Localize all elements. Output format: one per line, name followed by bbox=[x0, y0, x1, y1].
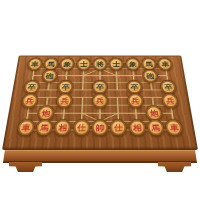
product-photo: 車馬象士將士象馬車砲砲卒卒卒卒卒兵兵兵兵兵炮炮車馬相仕帥仕相馬車 bbox=[0, 0, 200, 200]
piece-red-advisor[interactable]: 仕 bbox=[110, 119, 128, 136]
piece-black-elephant[interactable]: 象 bbox=[59, 57, 75, 70]
piece-red-chariot[interactable]: 車 bbox=[164, 119, 184, 136]
piece-character: 車 bbox=[161, 61, 169, 67]
piece-character: 象 bbox=[63, 61, 71, 67]
piece-character: 車 bbox=[169, 124, 179, 132]
piece-red-soldier[interactable]: 兵 bbox=[92, 93, 109, 108]
piece-character: 馬 bbox=[40, 124, 49, 132]
piece-character: 砲 bbox=[46, 72, 54, 78]
piece-character: 馬 bbox=[145, 61, 153, 67]
piece-character: 車 bbox=[30, 61, 38, 67]
piece-character: 兵 bbox=[166, 97, 175, 104]
piece-red-soldier[interactable]: 兵 bbox=[56, 93, 73, 108]
pieces-layer: 車馬象士將士象馬車砲砲卒卒卒卒卒兵兵兵兵兵炮炮車馬相仕帥仕相馬車 bbox=[15, 59, 184, 134]
piece-character: 仕 bbox=[114, 124, 123, 132]
piece-character: 象 bbox=[129, 61, 137, 67]
piece-character: 兵 bbox=[131, 97, 140, 104]
piece-black-cannon[interactable]: 砲 bbox=[142, 69, 159, 83]
piece-red-horse[interactable]: 馬 bbox=[35, 119, 54, 136]
piece-red-chariot[interactable]: 車 bbox=[16, 119, 36, 136]
piece-black-soldier[interactable]: 卒 bbox=[57, 80, 74, 95]
piece-red-advisor[interactable]: 仕 bbox=[72, 119, 90, 136]
piece-character: 馬 bbox=[47, 61, 55, 67]
piece-character: 車 bbox=[21, 124, 31, 132]
piece-character: 將 bbox=[96, 61, 104, 67]
piece-black-soldier[interactable]: 卒 bbox=[126, 80, 143, 95]
piece-red-soldier[interactable]: 兵 bbox=[161, 93, 180, 108]
piece-character: 馬 bbox=[151, 124, 160, 132]
table-apron bbox=[3, 150, 197, 163]
piece-black-soldier[interactable]: 卒 bbox=[92, 80, 108, 95]
piece-character: 兵 bbox=[25, 97, 34, 104]
piece-character: 兵 bbox=[60, 97, 69, 104]
piece-character: 卒 bbox=[27, 83, 36, 90]
piece-character: 卒 bbox=[130, 83, 138, 90]
xiangqi-board: 車馬象士將士象馬車砲砲卒卒卒卒卒兵兵兵兵兵炮炮車馬相仕帥仕相馬車 bbox=[2, 56, 198, 150]
piece-character: 帥 bbox=[96, 124, 105, 132]
piece-character: 卒 bbox=[62, 83, 70, 90]
piece-character: 卒 bbox=[96, 83, 104, 90]
piece-character: 卒 bbox=[164, 83, 173, 90]
piece-character: 兵 bbox=[96, 97, 104, 104]
piece-red-soldier[interactable]: 兵 bbox=[127, 93, 144, 108]
piece-black-soldier[interactable]: 卒 bbox=[22, 80, 40, 95]
piece-red-elephant[interactable]: 相 bbox=[54, 119, 72, 136]
piece-red-soldier[interactable]: 兵 bbox=[20, 93, 39, 108]
piece-character: 相 bbox=[133, 124, 142, 132]
piece-character: 士 bbox=[112, 61, 120, 67]
piece-character: 砲 bbox=[146, 72, 154, 78]
table-foot-right bbox=[158, 162, 191, 172]
piece-black-soldier[interactable]: 卒 bbox=[160, 80, 178, 95]
piece-character: 相 bbox=[58, 124, 67, 132]
piece-black-elephant[interactable]: 象 bbox=[125, 57, 141, 70]
piece-red-general[interactable]: 帥 bbox=[91, 119, 109, 136]
piece-character: 士 bbox=[80, 61, 88, 67]
piece-red-horse[interactable]: 馬 bbox=[146, 119, 165, 136]
piece-character: 仕 bbox=[77, 124, 86, 132]
table-foot-left bbox=[9, 162, 42, 172]
piece-black-cannon[interactable]: 砲 bbox=[41, 69, 58, 83]
piece-black-advisor[interactable]: 士 bbox=[109, 57, 125, 70]
piece-red-elephant[interactable]: 相 bbox=[128, 119, 146, 136]
piece-character: 炮 bbox=[150, 109, 159, 116]
piece-black-general[interactable]: 將 bbox=[92, 57, 107, 70]
piece-black-chariot[interactable]: 車 bbox=[26, 57, 43, 70]
piece-black-chariot[interactable]: 車 bbox=[157, 57, 174, 70]
piece-black-advisor[interactable]: 士 bbox=[76, 57, 92, 70]
piece-character: 炮 bbox=[41, 109, 50, 116]
